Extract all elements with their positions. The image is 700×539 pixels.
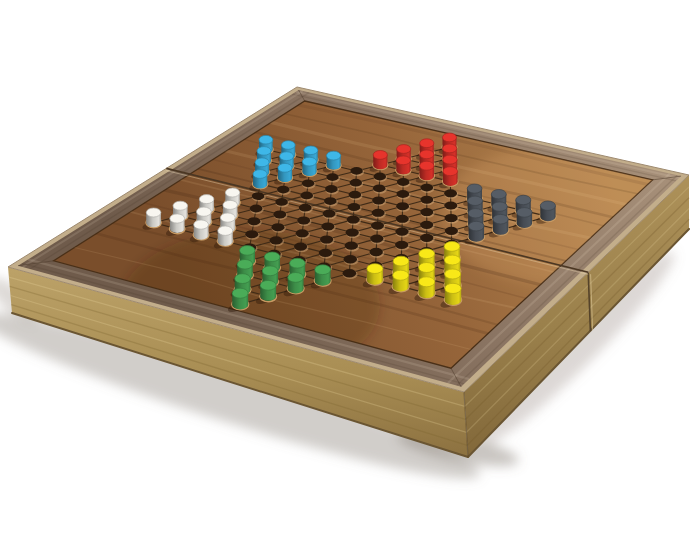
hole-empty[interactable] [371,222,384,230]
hole-empty[interactable] [372,209,385,217]
peg-top [225,188,239,197]
peg-top [290,258,306,268]
hole-empty[interactable] [348,203,361,211]
peg-top [260,280,276,290]
peg-top [302,157,316,166]
hole-empty[interactable] [420,221,433,229]
peg-top [257,147,271,156]
hole-empty[interactable] [326,173,338,181]
peg-top [393,256,409,266]
peg-top [419,277,435,287]
hole-empty[interactable] [374,173,386,181]
hole-empty[interactable] [396,215,409,223]
hole-empty[interactable] [345,242,358,250]
peg-top [419,249,435,259]
hole-empty[interactable] [445,214,458,222]
peg-top [467,184,482,193]
peg-top [315,265,331,275]
peg-top [443,155,457,164]
peg-top [540,201,555,210]
hole-empty[interactable] [344,255,357,263]
peg-top [218,226,233,235]
page-background [0,0,700,539]
hole-empty[interactable] [445,227,458,235]
peg-top [259,135,273,144]
peg-top [443,133,457,142]
hole-empty[interactable] [302,179,314,187]
peg-top [443,167,458,176]
peg-top [278,163,292,172]
peg-top [419,263,435,273]
hole-empty[interactable] [300,192,313,200]
hole-empty[interactable] [346,228,359,236]
hole-empty[interactable] [370,248,383,256]
peg-top [194,220,209,229]
peg-top [420,139,434,148]
peg-top [393,270,409,280]
peg-top [197,207,212,216]
peg-top [262,266,278,276]
peg-top [516,195,531,204]
peg-top [327,151,341,160]
hole-empty[interactable] [420,234,433,242]
peg-top [469,221,484,231]
hole-empty[interactable] [349,191,362,199]
hole-empty[interactable] [272,223,285,231]
hole-empty[interactable] [323,210,336,218]
hole-empty[interactable] [270,236,283,244]
hole-empty[interactable] [372,196,385,204]
peg-top [445,269,461,279]
hole-empty[interactable] [396,202,409,210]
peg-top [220,213,235,222]
hole-empty[interactable] [350,179,362,187]
peg-top [288,273,304,283]
hole-empty[interactable] [350,167,362,175]
hole-empty[interactable] [319,249,332,257]
chinese-checkers-board [0,0,700,539]
hole-empty[interactable] [370,235,383,243]
peg-top [240,246,255,256]
hole-empty[interactable] [245,230,258,238]
hole-empty[interactable] [277,186,289,194]
peg-top [235,274,251,284]
hole-empty[interactable] [395,228,408,236]
hole-empty[interactable] [395,241,408,249]
peg-top [264,252,280,262]
peg-top [468,196,483,205]
hole-empty[interactable] [444,189,457,197]
peg-top [237,260,253,270]
hole-empty[interactable] [420,208,433,216]
peg-top [443,144,457,153]
hole-empty[interactable] [273,210,286,218]
peg-top [517,208,532,218]
hole-empty[interactable] [444,202,457,210]
peg-top [232,288,248,298]
peg-top [173,201,188,210]
peg-top [304,146,318,155]
peg-top [444,255,460,265]
peg-top [492,202,507,211]
hole-empty[interactable] [373,184,386,192]
hole-empty[interactable] [343,269,357,277]
peg-top [491,190,506,199]
hole-empty[interactable] [321,222,334,230]
hole-empty[interactable] [297,216,310,224]
hole-empty[interactable] [397,178,410,186]
peg-top [280,152,294,161]
peg-top [397,145,411,154]
peg-top [445,283,461,293]
hole-empty[interactable] [294,243,307,251]
peg-top [373,151,387,160]
hole-empty[interactable] [325,185,338,193]
peg-top [146,208,161,217]
hole-empty[interactable] [420,196,433,204]
peg-top [420,161,434,170]
peg-top [493,214,508,224]
peg-top [468,209,483,218]
hole-empty[interactable] [275,198,288,206]
hole-empty[interactable] [347,216,360,224]
peg-top [170,214,185,223]
hole-empty[interactable] [299,204,312,212]
peg-top [444,242,460,252]
hole-empty[interactable] [252,192,265,200]
hole-empty[interactable] [250,205,263,213]
peg-top [281,141,295,150]
hole-empty[interactable] [397,190,410,198]
hole-empty[interactable] [296,229,309,237]
hole-empty[interactable] [421,184,434,192]
hole-empty[interactable] [324,197,337,205]
peg-top [396,156,410,165]
peg-top [223,200,238,209]
hole-empty[interactable] [320,235,333,243]
peg-top [367,264,383,274]
peg-top [420,150,434,159]
hole-empty[interactable] [248,217,261,225]
peg-top [253,170,267,179]
peg-top [199,195,214,204]
peg-top [255,158,269,167]
